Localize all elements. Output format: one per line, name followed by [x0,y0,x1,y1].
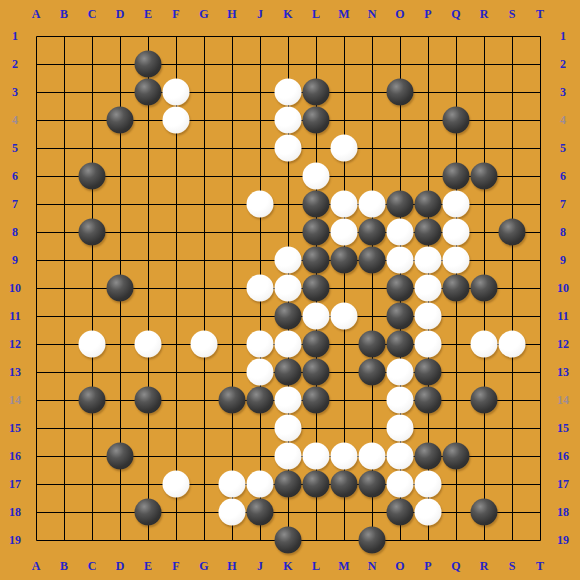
black-stone[interactable] [387,331,414,358]
white-stone[interactable] [247,471,274,498]
black-stone[interactable] [499,219,526,246]
white-stone[interactable] [387,359,414,386]
black-stone[interactable] [275,359,302,386]
row-label-right: 7 [560,197,566,212]
black-stone[interactable] [471,163,498,190]
white-stone[interactable] [415,331,442,358]
black-stone[interactable] [303,219,330,246]
black-stone[interactable] [275,471,302,498]
row-label-left: 8 [12,225,18,240]
black-stone[interactable] [359,219,386,246]
white-stone[interactable] [387,471,414,498]
column-label-bottom: L [312,559,320,574]
black-stone[interactable] [219,387,246,414]
row-label-left: 4 [12,113,18,128]
white-stone[interactable] [331,443,358,470]
row-label-left: 12 [9,337,21,352]
row-label-left: 16 [9,449,21,464]
white-stone[interactable] [359,191,386,218]
black-stone[interactable] [443,275,470,302]
black-stone[interactable] [135,79,162,106]
row-label-right: 1 [560,29,566,44]
black-stone[interactable] [107,443,134,470]
white-stone[interactable] [303,163,330,190]
white-stone[interactable] [275,247,302,274]
row-label-left: 13 [9,365,21,380]
white-stone[interactable] [275,107,302,134]
white-stone[interactable] [415,247,442,274]
black-stone[interactable] [79,387,106,414]
go-board[interactable]: AABBCCDDEEFFGGHHJJKKLLMMNNOOPPQQRRSSTT11… [0,0,580,580]
black-stone[interactable] [79,219,106,246]
row-label-left: 9 [12,253,18,268]
white-stone[interactable] [275,443,302,470]
row-label-right: 12 [557,337,569,352]
black-stone[interactable] [303,275,330,302]
white-stone[interactable] [331,303,358,330]
black-stone[interactable] [247,387,274,414]
row-label-right: 4 [560,113,566,128]
row-label-right: 14 [557,393,569,408]
black-stone[interactable] [275,303,302,330]
black-stone[interactable] [415,219,442,246]
row-label-right: 3 [560,85,566,100]
column-label-top: A [32,7,41,22]
white-stone[interactable] [387,219,414,246]
white-stone[interactable] [331,135,358,162]
column-label-bottom: Q [451,559,460,574]
column-label-top: H [227,7,236,22]
row-label-left: 5 [12,141,18,156]
white-stone[interactable] [247,191,274,218]
white-stone[interactable] [163,107,190,134]
black-stone[interactable] [387,303,414,330]
row-label-left: 14 [9,393,21,408]
column-label-bottom: E [144,559,152,574]
column-label-top: N [368,7,377,22]
white-stone[interactable] [499,331,526,358]
row-label-left: 19 [9,533,21,548]
column-label-bottom: B [60,559,68,574]
white-stone[interactable] [331,219,358,246]
black-stone[interactable] [303,387,330,414]
column-label-bottom: O [395,559,404,574]
black-stone[interactable] [415,191,442,218]
column-label-bottom: P [424,559,431,574]
black-stone[interactable] [387,275,414,302]
white-stone[interactable] [219,471,246,498]
row-label-right: 10 [557,281,569,296]
column-label-bottom: T [536,559,544,574]
black-stone[interactable] [107,107,134,134]
black-stone[interactable] [135,499,162,526]
column-label-bottom: H [227,559,236,574]
column-label-top: E [144,7,152,22]
row-label-left: 6 [12,169,18,184]
white-stone[interactable] [443,247,470,274]
black-stone[interactable] [443,443,470,470]
black-stone[interactable] [135,51,162,78]
column-label-bottom: C [88,559,97,574]
black-stone[interactable] [303,191,330,218]
black-stone[interactable] [303,79,330,106]
black-stone[interactable] [387,191,414,218]
white-stone[interactable] [331,191,358,218]
row-label-right: 17 [557,477,569,492]
white-stone[interactable] [275,415,302,442]
black-stone[interactable] [303,107,330,134]
white-stone[interactable] [443,219,470,246]
column-label-bottom: G [199,559,208,574]
black-stone[interactable] [247,499,274,526]
white-stone[interactable] [303,303,330,330]
white-stone[interactable] [163,471,190,498]
white-stone[interactable] [415,471,442,498]
row-label-right: 6 [560,169,566,184]
black-stone[interactable] [415,359,442,386]
black-stone[interactable] [387,499,414,526]
column-label-top: T [536,7,544,22]
white-stone[interactable] [135,331,162,358]
column-label-bottom: R [480,559,489,574]
column-label-top: L [312,7,320,22]
row-label-left: 11 [9,309,20,324]
column-label-top: F [172,7,179,22]
row-label-right: 16 [557,449,569,464]
column-label-bottom: N [368,559,377,574]
column-label-top: P [424,7,431,22]
black-stone[interactable] [107,275,134,302]
white-stone[interactable] [191,331,218,358]
white-stone[interactable] [471,331,498,358]
column-label-bottom: D [116,559,125,574]
column-label-top: B [60,7,68,22]
black-stone[interactable] [359,471,386,498]
black-stone[interactable] [331,471,358,498]
column-label-top: K [283,7,292,22]
black-stone[interactable] [415,443,442,470]
black-stone[interactable] [443,163,470,190]
black-stone[interactable] [359,247,386,274]
row-label-left: 17 [9,477,21,492]
row-label-left: 1 [12,29,18,44]
row-label-right: 18 [557,505,569,520]
row-label-right: 2 [560,57,566,72]
column-label-bottom: S [509,559,516,574]
white-stone[interactable] [247,359,274,386]
column-label-top: O [395,7,404,22]
black-stone[interactable] [303,247,330,274]
column-label-top: M [338,7,349,22]
column-label-top: R [480,7,489,22]
black-stone[interactable] [443,107,470,134]
black-stone[interactable] [415,387,442,414]
row-label-left: 2 [12,57,18,72]
row-label-left: 7 [12,197,18,212]
column-label-top: J [257,7,263,22]
column-label-bottom: A [32,559,41,574]
black-stone[interactable] [471,499,498,526]
column-label-top: G [199,7,208,22]
black-stone[interactable] [471,387,498,414]
row-label-right: 8 [560,225,566,240]
black-stone[interactable] [359,331,386,358]
black-stone[interactable] [275,527,302,554]
row-label-left: 10 [9,281,21,296]
row-label-right: 11 [557,309,568,324]
white-stone[interactable] [303,443,330,470]
column-label-top: S [509,7,516,22]
row-label-right: 19 [557,533,569,548]
row-label-left: 3 [12,85,18,100]
column-label-top: D [116,7,125,22]
column-label-top: C [88,7,97,22]
white-stone[interactable] [443,191,470,218]
black-stone[interactable] [135,387,162,414]
row-label-left: 15 [9,421,21,436]
white-stone[interactable] [219,499,246,526]
white-stone[interactable] [275,79,302,106]
row-label-left: 18 [9,505,21,520]
column-label-bottom: J [257,559,263,574]
black-stone[interactable] [359,527,386,554]
black-stone[interactable] [79,163,106,190]
black-stone[interactable] [387,79,414,106]
row-label-right: 9 [560,253,566,268]
white-stone[interactable] [415,499,442,526]
black-stone[interactable] [303,359,330,386]
white-stone[interactable] [247,331,274,358]
white-stone[interactable] [415,303,442,330]
black-stone[interactable] [303,331,330,358]
white-stone[interactable] [275,275,302,302]
column-label-bottom: K [283,559,292,574]
white-stone[interactable] [79,331,106,358]
white-stone[interactable] [415,275,442,302]
column-label-top: Q [451,7,460,22]
row-label-right: 13 [557,365,569,380]
white-stone[interactable] [163,79,190,106]
white-stone[interactable] [387,443,414,470]
row-label-right: 5 [560,141,566,156]
white-stone[interactable] [275,135,302,162]
white-stone[interactable] [359,443,386,470]
black-stone[interactable] [471,275,498,302]
white-stone[interactable] [275,387,302,414]
white-stone[interactable] [275,331,302,358]
row-label-right: 15 [557,421,569,436]
black-stone[interactable] [303,471,330,498]
column-label-bottom: M [338,559,349,574]
black-stone[interactable] [359,359,386,386]
white-stone[interactable] [247,275,274,302]
white-stone[interactable] [387,415,414,442]
black-stone[interactable] [331,247,358,274]
column-label-bottom: F [172,559,179,574]
white-stone[interactable] [387,247,414,274]
white-stone[interactable] [387,387,414,414]
